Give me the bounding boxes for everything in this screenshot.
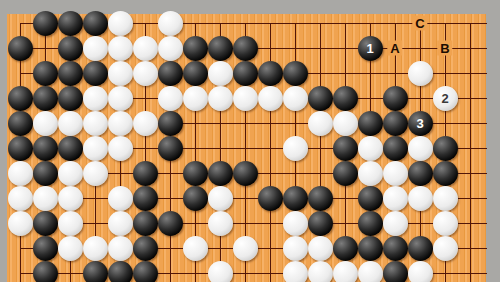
intersection[interactable] <box>333 61 358 86</box>
intersection <box>233 61 258 86</box>
intersection[interactable] <box>458 211 483 236</box>
intersection <box>258 61 283 86</box>
intersection <box>258 86 283 111</box>
intersection <box>433 211 458 236</box>
intersection <box>58 161 83 186</box>
intersection <box>133 186 158 211</box>
white-stone <box>408 261 433 282</box>
intersection[interactable] <box>283 161 308 186</box>
white-stone <box>308 236 333 261</box>
intersection <box>58 136 83 161</box>
intersection <box>383 186 408 211</box>
intersection <box>133 211 158 236</box>
intersection <box>83 36 108 61</box>
intersection <box>33 11 58 36</box>
white-stone <box>8 186 33 211</box>
black-stone <box>258 186 283 211</box>
intersection[interactable] <box>458 111 483 136</box>
white-stone <box>8 211 33 236</box>
intersection[interactable] <box>433 11 458 36</box>
intersection <box>133 161 158 186</box>
black-stone <box>208 161 233 186</box>
white-stone <box>383 211 408 236</box>
intersection[interactable] <box>458 61 483 86</box>
intersection <box>183 236 208 261</box>
black-stone <box>233 61 258 86</box>
intersection <box>108 11 133 36</box>
intersection <box>433 186 458 211</box>
intersection[interactable] <box>258 211 283 236</box>
black-stone <box>133 211 158 236</box>
white-stone <box>108 11 133 36</box>
intersection[interactable] <box>258 36 283 61</box>
intersection <box>333 86 358 111</box>
black-stone <box>133 186 158 211</box>
intersection <box>8 161 33 186</box>
intersection[interactable] <box>308 161 333 186</box>
intersection[interactable] <box>408 211 433 236</box>
intersection[interactable] <box>183 211 208 236</box>
black-stone <box>58 86 83 111</box>
black-stone <box>358 236 383 261</box>
white-stone <box>408 61 433 86</box>
black-stone <box>433 136 458 161</box>
black-stone <box>208 36 233 61</box>
intersection <box>208 86 233 111</box>
white-stone <box>408 136 433 161</box>
intersection <box>283 86 308 111</box>
intersection <box>83 61 108 86</box>
intersection[interactable] <box>433 61 458 86</box>
intersection <box>208 186 233 211</box>
white-stone <box>108 86 133 111</box>
black-stone <box>283 61 308 86</box>
intersection <box>283 236 308 261</box>
intersection[interactable] <box>58 261 83 282</box>
point-label-a[interactable]: A <box>387 41 402 56</box>
black-stone <box>333 136 358 161</box>
intersection <box>33 86 58 111</box>
black-stone <box>8 36 33 61</box>
intersection[interactable] <box>283 111 308 136</box>
white-stone <box>33 186 58 211</box>
intersection[interactable] <box>208 11 233 36</box>
intersection[interactable] <box>383 61 408 86</box>
intersection[interactable] <box>458 161 483 186</box>
intersection[interactable] <box>333 186 358 211</box>
intersection <box>108 136 133 161</box>
intersection <box>358 136 383 161</box>
intersection <box>183 186 208 211</box>
intersection <box>133 61 158 86</box>
intersection <box>408 61 433 86</box>
intersection[interactable] <box>158 161 183 186</box>
intersection <box>233 161 258 186</box>
intersection: 1 <box>358 36 383 61</box>
intersection[interactable] <box>8 11 33 36</box>
intersection <box>333 136 358 161</box>
white-stone <box>133 111 158 136</box>
intersection[interactable] <box>233 11 258 36</box>
black-stone <box>283 186 308 211</box>
white-stone <box>208 86 233 111</box>
intersection[interactable] <box>258 11 283 36</box>
intersection <box>383 111 408 136</box>
intersection <box>108 86 133 111</box>
black-stone <box>383 136 408 161</box>
white-stone <box>433 211 458 236</box>
intersection <box>408 186 433 211</box>
intersection <box>8 186 33 211</box>
white-stone <box>333 261 358 282</box>
intersection[interactable] <box>308 136 333 161</box>
intersection[interactable] <box>158 236 183 261</box>
white-stone <box>58 186 83 211</box>
intersection <box>358 111 383 136</box>
intersection: 2 <box>433 86 458 111</box>
intersection[interactable] <box>233 136 258 161</box>
intersection <box>83 136 108 161</box>
intersection[interactable] <box>258 261 283 282</box>
intersection[interactable] <box>183 136 208 161</box>
intersection <box>158 86 183 111</box>
intersection <box>83 161 108 186</box>
white-stone <box>108 111 133 136</box>
black-stone <box>33 86 58 111</box>
intersection[interactable] <box>233 111 258 136</box>
intersection[interactable] <box>308 11 333 36</box>
white-stone <box>58 236 83 261</box>
black-stone <box>383 236 408 261</box>
black-stone <box>183 36 208 61</box>
white-stone <box>108 186 133 211</box>
white-stone <box>433 186 458 211</box>
white-stone <box>208 61 233 86</box>
intersection[interactable] <box>458 11 483 36</box>
white-stone <box>408 186 433 211</box>
black-stone <box>183 161 208 186</box>
intersection <box>108 36 133 61</box>
intersection <box>383 261 408 282</box>
black-stone <box>33 236 58 261</box>
intersection[interactable] <box>458 186 483 211</box>
intersection[interactable] <box>83 211 108 236</box>
white-stone <box>233 236 258 261</box>
intersection <box>8 136 33 161</box>
intersection <box>433 236 458 261</box>
intersection <box>33 136 58 161</box>
black-stone <box>408 236 433 261</box>
intersection <box>158 36 183 61</box>
black-stone <box>308 86 333 111</box>
white-stone <box>58 211 83 236</box>
intersection <box>358 211 383 236</box>
white-stone <box>83 111 108 136</box>
intersection[interactable] <box>83 186 108 211</box>
intersection <box>8 111 33 136</box>
intersection <box>308 86 333 111</box>
intersection[interactable] <box>358 86 383 111</box>
intersection <box>433 136 458 161</box>
intersection <box>333 161 358 186</box>
white-stone <box>83 161 108 186</box>
intersection <box>358 186 383 211</box>
intersection <box>208 36 233 61</box>
intersection[interactable] <box>233 186 258 211</box>
white-stone <box>308 111 333 136</box>
intersection[interactable] <box>458 86 483 111</box>
black-stone <box>133 161 158 186</box>
intersection <box>183 36 208 61</box>
intersection <box>408 136 433 161</box>
intersection[interactable] <box>133 86 158 111</box>
intersection[interactable] <box>208 111 233 136</box>
white-stone <box>8 161 33 186</box>
intersection <box>83 236 108 261</box>
intersection <box>233 86 258 111</box>
black-stone <box>383 261 408 282</box>
white-stone <box>158 11 183 36</box>
intersection <box>433 161 458 186</box>
intersection <box>83 86 108 111</box>
intersection[interactable] <box>258 111 283 136</box>
black-stone <box>358 111 383 136</box>
white-stone <box>33 111 58 136</box>
intersection[interactable] <box>8 261 33 282</box>
white-stone <box>183 86 208 111</box>
intersection[interactable] <box>433 111 458 136</box>
black-stone <box>58 36 83 61</box>
move-number-2: 2 <box>433 86 458 111</box>
intersection <box>83 11 108 36</box>
black-stone <box>33 161 58 186</box>
black-stone <box>158 136 183 161</box>
white-stone <box>283 236 308 261</box>
move-number-1: 1 <box>358 36 383 61</box>
intersection <box>333 236 358 261</box>
intersection <box>383 136 408 161</box>
intersection[interactable]: B <box>433 36 458 61</box>
intersection <box>358 236 383 261</box>
intersection[interactable] <box>233 211 258 236</box>
intersection <box>33 61 58 86</box>
intersection[interactable] <box>458 261 483 282</box>
intersection[interactable] <box>183 261 208 282</box>
intersection <box>108 111 133 136</box>
intersection[interactable] <box>133 136 158 161</box>
black-stone <box>333 161 358 186</box>
black-stone <box>33 261 58 282</box>
go-screenshot: C1AB23 <box>0 0 500 282</box>
white-stone <box>283 86 308 111</box>
intersection <box>283 211 308 236</box>
intersection[interactable] <box>408 86 433 111</box>
white-stone <box>283 211 308 236</box>
white-stone <box>158 36 183 61</box>
intersection[interactable] <box>358 61 383 86</box>
intersection[interactable] <box>8 236 33 261</box>
white-stone <box>83 86 108 111</box>
intersection[interactable] <box>333 211 358 236</box>
intersection[interactable] <box>158 261 183 282</box>
intersection <box>58 61 83 86</box>
intersection <box>158 211 183 236</box>
intersection <box>158 136 183 161</box>
intersection <box>283 61 308 86</box>
black-stone <box>58 136 83 161</box>
black-stone <box>183 61 208 86</box>
white-stone <box>83 36 108 61</box>
intersection <box>208 211 233 236</box>
black-stone <box>33 136 58 161</box>
black-stone <box>358 186 383 211</box>
intersection[interactable] <box>458 136 483 161</box>
white-stone <box>183 236 208 261</box>
intersection[interactable]: A <box>383 36 408 61</box>
black-stone <box>8 86 33 111</box>
intersection <box>283 261 308 282</box>
intersection <box>33 261 58 282</box>
intersection <box>58 11 83 36</box>
intersection <box>383 211 408 236</box>
intersection[interactable] <box>458 236 483 261</box>
black-stone <box>108 261 133 282</box>
white-stone <box>158 86 183 111</box>
white-stone <box>108 211 133 236</box>
black-stone <box>433 161 458 186</box>
black-stone <box>8 136 33 161</box>
intersection <box>183 61 208 86</box>
intersection[interactable] <box>233 261 258 282</box>
intersection[interactable] <box>383 11 408 36</box>
intersection <box>408 261 433 282</box>
point-label-c[interactable]: C <box>412 16 427 31</box>
intersection <box>158 111 183 136</box>
black-stone <box>383 111 408 136</box>
intersection <box>408 236 433 261</box>
intersection[interactable] <box>283 36 308 61</box>
black-stone <box>233 36 258 61</box>
intersection[interactable] <box>283 11 308 36</box>
intersection[interactable] <box>408 36 433 61</box>
intersection <box>358 261 383 282</box>
black-stone <box>58 11 83 36</box>
black-stone <box>133 236 158 261</box>
intersection[interactable] <box>333 11 358 36</box>
intersection[interactable] <box>208 136 233 161</box>
black-stone <box>158 211 183 236</box>
white-stone <box>133 36 158 61</box>
intersection[interactable] <box>133 11 158 36</box>
black-stone <box>383 86 408 111</box>
intersection[interactable] <box>158 186 183 211</box>
intersection[interactable] <box>358 11 383 36</box>
intersection[interactable]: C <box>408 11 433 36</box>
white-stone <box>358 161 383 186</box>
intersection: 3 <box>408 111 433 136</box>
intersection <box>233 36 258 61</box>
white-stone <box>308 261 333 282</box>
intersection[interactable] <box>433 261 458 282</box>
white-stone <box>83 136 108 161</box>
black-stone <box>333 86 358 111</box>
intersection <box>133 261 158 282</box>
intersection[interactable] <box>333 36 358 61</box>
intersection[interactable] <box>183 11 208 36</box>
black-stone <box>258 61 283 86</box>
intersection <box>308 111 333 136</box>
intersection <box>33 111 58 136</box>
intersection[interactable] <box>308 61 333 86</box>
intersection <box>108 236 133 261</box>
intersection <box>8 86 33 111</box>
intersection <box>308 186 333 211</box>
intersection[interactable] <box>208 236 233 261</box>
intersection <box>383 86 408 111</box>
white-stone <box>58 111 83 136</box>
white-stone <box>208 186 233 211</box>
black-stone <box>83 11 108 36</box>
intersection <box>183 86 208 111</box>
intersection <box>133 36 158 61</box>
white-stone <box>208 211 233 236</box>
intersection <box>208 261 233 282</box>
intersection <box>8 36 33 61</box>
intersection <box>333 111 358 136</box>
intersection[interactable] <box>8 61 33 86</box>
intersection <box>83 261 108 282</box>
intersection <box>108 186 133 211</box>
black-stone <box>158 61 183 86</box>
white-stone <box>133 61 158 86</box>
intersection <box>33 236 58 261</box>
intersection[interactable] <box>308 36 333 61</box>
black-stone <box>408 161 433 186</box>
white-stone <box>108 61 133 86</box>
point-label-b[interactable]: B <box>437 41 452 56</box>
move-number-3: 3 <box>408 111 433 136</box>
white-stone <box>258 86 283 111</box>
intersection[interactable] <box>258 236 283 261</box>
white-stone <box>108 36 133 61</box>
intersection <box>308 261 333 282</box>
intersection[interactable] <box>33 36 58 61</box>
black-stone <box>358 211 383 236</box>
white-stone <box>358 136 383 161</box>
black-stone <box>158 111 183 136</box>
intersection <box>258 186 283 211</box>
intersection[interactable] <box>258 136 283 161</box>
intersection <box>108 261 133 282</box>
intersection <box>83 111 108 136</box>
intersection[interactable] <box>458 36 483 61</box>
white-stone <box>83 236 108 261</box>
black-stone <box>33 11 58 36</box>
white-stone <box>383 186 408 211</box>
intersection <box>383 161 408 186</box>
intersection[interactable] <box>183 111 208 136</box>
black-stone <box>83 261 108 282</box>
black-stone <box>308 211 333 236</box>
black-stone <box>233 161 258 186</box>
intersection <box>233 236 258 261</box>
intersection[interactable] <box>258 161 283 186</box>
board-grid: C1AB23 <box>8 11 483 282</box>
intersection[interactable] <box>108 161 133 186</box>
intersection <box>133 236 158 261</box>
intersection <box>308 211 333 236</box>
intersection <box>383 236 408 261</box>
